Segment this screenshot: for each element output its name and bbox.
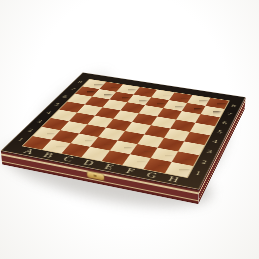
piece-white-rook-h1[interactable]: ♜ bbox=[145, 141, 213, 171]
product-photo: ABCDEFGH 12345678 12345678 ♜♞♝♛♚♝♞♜♟♟♟♟♟… bbox=[0, 0, 259, 259]
brass-clasp-icon bbox=[88, 171, 105, 180]
